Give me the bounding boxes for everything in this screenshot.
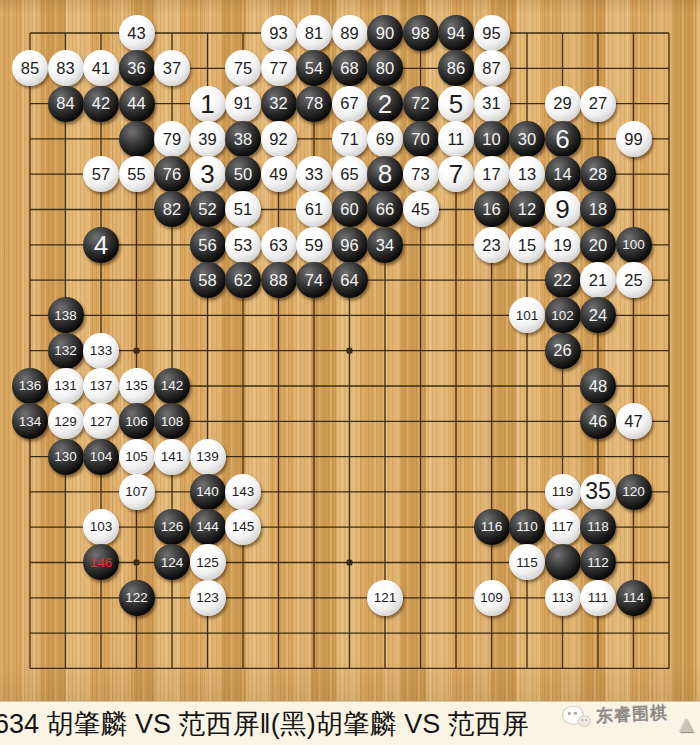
board-cell xyxy=(651,51,687,86)
move-number: 4 xyxy=(94,232,108,258)
board-cell: 51 xyxy=(225,192,261,227)
board-cell: 21 xyxy=(580,262,616,297)
go-stone-67: 67 xyxy=(332,86,368,122)
move-number: 111 xyxy=(588,591,609,605)
board-cell: 76 xyxy=(154,157,190,192)
board-cell: 132 xyxy=(48,333,84,368)
move-number: 94 xyxy=(447,25,465,42)
move-number: 74 xyxy=(305,272,323,289)
move-number: 66 xyxy=(376,201,394,218)
board-cell xyxy=(651,298,687,333)
board-cell xyxy=(616,368,652,403)
go-stone-52: 52 xyxy=(190,191,226,227)
board-cell xyxy=(12,439,48,474)
board-cell xyxy=(261,474,297,509)
move-number: 109 xyxy=(480,591,503,605)
move-number: 2 xyxy=(378,91,392,117)
move-number: 135 xyxy=(125,379,148,393)
board-cell: 85 xyxy=(12,51,48,86)
board-cell xyxy=(545,615,581,650)
go-stone-28: 28 xyxy=(580,156,616,192)
board-cell: 34 xyxy=(367,227,403,262)
board-cell: 47 xyxy=(616,404,652,439)
board-cell xyxy=(12,86,48,121)
go-stone-54: 54 xyxy=(296,50,332,86)
board-cell xyxy=(438,510,474,545)
go-stone-36: 36 xyxy=(119,50,155,86)
board-cell xyxy=(154,298,190,333)
board-cell: 16 xyxy=(474,192,510,227)
move-number: 105 xyxy=(125,450,148,464)
board-cell xyxy=(83,121,119,156)
board-cell xyxy=(403,474,439,509)
board-cell xyxy=(651,404,687,439)
go-stone-64: 64 xyxy=(332,262,368,298)
board-cell: 63 xyxy=(261,227,297,262)
go-stone-117: 117 xyxy=(545,509,581,545)
board-cell xyxy=(580,51,616,86)
go-stone-118: 118 xyxy=(580,509,616,545)
board-cell: 57 xyxy=(83,157,119,192)
go-stone-19: 19 xyxy=(545,227,581,263)
move-number: 123 xyxy=(196,591,219,605)
go-stone-26: 26 xyxy=(545,333,581,369)
board-cell: 117 xyxy=(545,510,581,545)
board-cell: 10 xyxy=(474,121,510,156)
go-stone-17: 17 xyxy=(474,156,510,192)
go-stone-37: 37 xyxy=(154,50,190,86)
go-stone-13: 13 xyxy=(509,156,545,192)
board-cell: 112 xyxy=(580,545,616,580)
board-cell xyxy=(651,157,687,192)
board-cell xyxy=(651,227,687,262)
board-cell: 126 xyxy=(154,510,190,545)
board-cell: 124 xyxy=(154,545,190,580)
go-stone-75: 75 xyxy=(225,50,261,86)
board-cell xyxy=(332,298,368,333)
board-cell: 28 xyxy=(580,157,616,192)
go-stone-15: 15 xyxy=(509,227,545,263)
go-stone-87: 87 xyxy=(474,50,510,86)
move-number: 41 xyxy=(92,60,110,77)
move-number: 143 xyxy=(232,485,255,499)
board-cell: 67 xyxy=(332,86,368,121)
go-stone-25: 25 xyxy=(616,262,652,298)
board-cell xyxy=(48,580,84,615)
go-stone-92: 92 xyxy=(261,121,297,157)
board-cell: 120 xyxy=(616,474,652,509)
move-number: 95 xyxy=(482,25,500,42)
move-number: 58 xyxy=(198,272,216,289)
board-cell: 41 xyxy=(83,51,119,86)
move-number: 139 xyxy=(196,450,219,464)
board-cell: 11 xyxy=(438,121,474,156)
go-stone-74: 74 xyxy=(296,262,332,298)
board-cell xyxy=(83,298,119,333)
board-cell xyxy=(12,333,48,368)
move-number: 77 xyxy=(269,60,287,77)
board-cell xyxy=(12,580,48,615)
move-number: 89 xyxy=(340,25,358,42)
move-number: 50 xyxy=(234,166,252,183)
board-cell xyxy=(296,404,332,439)
board-cell: 118 xyxy=(580,510,616,545)
go-stone-59: 59 xyxy=(296,227,332,263)
go-stone-78: 78 xyxy=(296,86,332,122)
board-cell xyxy=(403,227,439,262)
go-stone-145: 145 xyxy=(225,509,261,545)
board-cell: 68 xyxy=(332,51,368,86)
board-cell xyxy=(509,333,545,368)
board-cell xyxy=(119,227,155,262)
board-cell xyxy=(509,51,545,86)
move-number: 11 xyxy=(447,131,464,148)
board-cell: 19 xyxy=(545,227,581,262)
move-number: 60 xyxy=(340,201,358,218)
move-number: 87 xyxy=(482,60,500,77)
go-stone-138: 138 xyxy=(48,297,84,333)
board-cell xyxy=(651,262,687,297)
board-cell: 133 xyxy=(83,333,119,368)
board-cell xyxy=(119,298,155,333)
go-stone-81: 81 xyxy=(296,15,332,51)
go-stone-129: 129 xyxy=(48,403,84,439)
move-number: 110 xyxy=(516,520,538,534)
board-cell xyxy=(225,615,261,650)
board-cell xyxy=(509,474,545,509)
move-number: 21 xyxy=(589,272,607,289)
board-cell xyxy=(651,15,687,50)
board-cell xyxy=(332,404,368,439)
go-board[interactable]: 4393818990989495858341363775775468808687… xyxy=(12,15,687,686)
board-cell xyxy=(438,439,474,474)
board-cell xyxy=(580,121,616,156)
caption-text: 634 胡肇麟 VS 范西屏‖(黑)胡肇麟 VS 范西屏 xyxy=(0,706,529,742)
go-stone-29: 29 xyxy=(545,86,581,122)
board-cell: 127 xyxy=(83,404,119,439)
board-cell xyxy=(48,121,84,156)
move-number: 9 xyxy=(555,196,569,222)
board-cell: 110 xyxy=(509,510,545,545)
board-cell xyxy=(616,615,652,650)
board-cell xyxy=(190,404,226,439)
go-stone-setup xyxy=(119,121,155,157)
move-number: 133 xyxy=(90,344,113,358)
board-cell xyxy=(367,404,403,439)
board-cell xyxy=(403,333,439,368)
board-cell xyxy=(12,15,48,50)
move-number: 112 xyxy=(587,556,609,570)
board-cell xyxy=(12,121,48,156)
board-cell: 111 xyxy=(580,580,616,615)
board-cell: 45 xyxy=(403,192,439,227)
board-cell: 42 xyxy=(83,86,119,121)
board-cell: 61 xyxy=(296,192,332,227)
board-cell xyxy=(119,510,155,545)
go-stone-139: 139 xyxy=(190,439,226,475)
board-cell xyxy=(438,227,474,262)
board-cell xyxy=(154,262,190,297)
board-cell xyxy=(83,15,119,50)
board-cell xyxy=(438,545,474,580)
go-stone-124: 124 xyxy=(154,544,190,580)
go-stone-57: 57 xyxy=(83,156,119,192)
go-stone-61: 61 xyxy=(296,191,332,227)
board-cell xyxy=(651,368,687,403)
board-cell xyxy=(119,192,155,227)
go-stone-49: 49 xyxy=(261,156,297,192)
move-number: 146 xyxy=(90,556,113,570)
board-cell: 106 xyxy=(119,404,155,439)
move-number: 6 xyxy=(555,126,569,152)
go-stone-62: 62 xyxy=(225,262,261,298)
board-cell: 98 xyxy=(403,15,439,50)
board-cell: 7 xyxy=(438,157,474,192)
board-cell xyxy=(509,439,545,474)
move-number: 47 xyxy=(624,413,642,430)
move-number: 52 xyxy=(198,201,216,218)
board-cell: 88 xyxy=(261,262,297,297)
move-number: 49 xyxy=(269,166,287,183)
board-cell xyxy=(225,368,261,403)
board-cell: 84 xyxy=(48,86,84,121)
board-cell xyxy=(296,545,332,580)
move-number: 145 xyxy=(232,520,255,534)
move-number: 79 xyxy=(163,131,181,148)
board-cell xyxy=(154,333,190,368)
move-number: 12 xyxy=(518,201,536,218)
go-diagram: 4393818990989495858341363775775468808687… xyxy=(0,0,700,745)
board-cell: 137 xyxy=(83,368,119,403)
board-cell xyxy=(332,545,368,580)
go-stone-142: 142 xyxy=(154,368,190,404)
board-cell: 13 xyxy=(509,157,545,192)
board-cell xyxy=(296,439,332,474)
board-cell xyxy=(225,439,261,474)
go-stone-125: 125 xyxy=(190,544,226,580)
go-stone-93: 93 xyxy=(261,15,297,51)
go-stone-106: 106 xyxy=(119,403,155,439)
move-number: 33 xyxy=(305,166,323,183)
board-cell xyxy=(48,262,84,297)
board-cell: 54 xyxy=(296,51,332,86)
board-cell xyxy=(296,615,332,650)
go-stone-39: 39 xyxy=(190,121,226,157)
board-cell: 2 xyxy=(367,86,403,121)
board-cell xyxy=(474,545,510,580)
board-cell: 140 xyxy=(190,474,226,509)
fold-arrow-icon: ▲ xyxy=(674,712,698,736)
board-cell: 146 xyxy=(83,545,119,580)
go-stone-70: 70 xyxy=(403,121,439,157)
board-cell: 27 xyxy=(580,86,616,121)
board-cell xyxy=(580,333,616,368)
board-cell xyxy=(225,580,261,615)
go-stone-133: 133 xyxy=(83,333,119,369)
board-cell: 26 xyxy=(545,333,581,368)
go-stone-42: 42 xyxy=(83,86,119,122)
move-number: 48 xyxy=(589,378,607,395)
move-number: 134 xyxy=(19,415,42,429)
move-number: 7 xyxy=(449,161,463,187)
go-stone-144: 144 xyxy=(190,509,226,545)
board-cell: 123 xyxy=(190,580,226,615)
board-cell xyxy=(83,192,119,227)
move-number: 53 xyxy=(234,237,252,254)
board-cell xyxy=(119,615,155,650)
go-stone-55: 55 xyxy=(119,156,155,192)
go-stone-104: 104 xyxy=(83,439,119,475)
board-cell xyxy=(261,615,297,650)
board-cell xyxy=(48,227,84,262)
move-number: 117 xyxy=(552,520,574,534)
board-cell xyxy=(12,227,48,262)
board-cell: 56 xyxy=(190,227,226,262)
go-stone-10: 10 xyxy=(474,121,510,157)
board-cell: 65 xyxy=(332,157,368,192)
move-number: 23 xyxy=(482,237,500,254)
board-cell xyxy=(83,651,119,686)
board-cell xyxy=(48,192,84,227)
go-stone-95: 95 xyxy=(474,15,510,51)
go-stone-105: 105 xyxy=(119,439,155,475)
move-number: 83 xyxy=(56,60,74,77)
move-number: 14 xyxy=(553,166,571,183)
board-cell xyxy=(474,262,510,297)
go-stone-121: 121 xyxy=(367,580,403,616)
move-number: 118 xyxy=(587,520,609,534)
go-stone-51: 51 xyxy=(225,191,261,227)
board-cell: 129 xyxy=(48,404,84,439)
move-number: 3 xyxy=(200,161,214,187)
board-cell xyxy=(225,651,261,686)
board-cell xyxy=(403,262,439,297)
board-cell xyxy=(545,404,581,439)
board-cell: 99 xyxy=(616,121,652,156)
go-stone-7: 7 xyxy=(438,156,474,192)
go-stone-73: 73 xyxy=(403,156,439,192)
move-number: 57 xyxy=(92,166,110,183)
go-stone-22: 22 xyxy=(545,262,581,298)
board-cell xyxy=(474,368,510,403)
go-stone-131: 131 xyxy=(48,368,84,404)
go-stone-20: 20 xyxy=(580,227,616,263)
board-cell: 55 xyxy=(119,157,155,192)
go-stone-2: 2 xyxy=(367,86,403,122)
go-stone-112: 112 xyxy=(580,544,616,580)
move-number: 10 xyxy=(482,131,500,148)
move-number: 18 xyxy=(589,201,607,218)
board-cell xyxy=(48,651,84,686)
go-stone-146: 146 xyxy=(83,544,119,580)
board-cell: 20 xyxy=(580,227,616,262)
board-cell xyxy=(332,368,368,403)
move-number: 101 xyxy=(516,309,539,323)
move-number: 63 xyxy=(269,237,287,254)
go-stone-16: 16 xyxy=(474,191,510,227)
board-cell xyxy=(403,615,439,650)
board-cell: 116 xyxy=(474,510,510,545)
go-stone-136: 136 xyxy=(12,368,48,404)
board-cell: 31 xyxy=(474,86,510,121)
board-cell: 23 xyxy=(474,227,510,262)
board-cell: 83 xyxy=(48,51,84,86)
go-stone-44: 44 xyxy=(119,86,155,122)
board-cell xyxy=(616,545,652,580)
board-cell xyxy=(616,651,652,686)
board-cell xyxy=(332,510,368,545)
board-cell: 138 xyxy=(48,298,84,333)
go-stone-21: 21 xyxy=(580,262,616,298)
go-stone-107: 107 xyxy=(119,474,155,510)
go-stone-113: 113 xyxy=(545,580,581,616)
board-cell xyxy=(616,157,652,192)
go-stone-84: 84 xyxy=(48,86,84,122)
move-number: 93 xyxy=(269,25,287,42)
board-cell: 77 xyxy=(261,51,297,86)
go-stone-35: 35 xyxy=(580,474,616,510)
go-stone-11: 11 xyxy=(438,121,474,157)
board-cell xyxy=(367,439,403,474)
board-cell xyxy=(12,157,48,192)
board-cell xyxy=(509,86,545,121)
board-cell: 52 xyxy=(190,192,226,227)
move-number: 138 xyxy=(54,309,77,323)
board-cell: 86 xyxy=(438,51,474,86)
move-number: 28 xyxy=(589,166,607,183)
board-cell xyxy=(12,474,48,509)
go-stone-76: 76 xyxy=(154,156,190,192)
go-stone-9: 9 xyxy=(545,191,581,227)
board-cell: 32 xyxy=(261,86,297,121)
board-cell xyxy=(154,651,190,686)
board-cell xyxy=(509,404,545,439)
move-number: 80 xyxy=(376,60,394,77)
board-cell xyxy=(474,474,510,509)
watermark-text: 东睿围棋 xyxy=(595,701,668,728)
go-stone-98: 98 xyxy=(403,15,439,51)
board-cell xyxy=(119,545,155,580)
board-cell xyxy=(225,298,261,333)
move-number: 124 xyxy=(161,556,184,570)
move-number: 91 xyxy=(234,95,252,112)
board-cell: 12 xyxy=(509,192,545,227)
board-cell xyxy=(261,298,297,333)
move-number: 116 xyxy=(481,520,503,534)
go-stone-60: 60 xyxy=(332,191,368,227)
move-number: 113 xyxy=(552,591,574,605)
board-cell xyxy=(651,545,687,580)
board-cell xyxy=(261,510,297,545)
board-cell: 4 xyxy=(83,227,119,262)
move-number: 19 xyxy=(553,237,571,254)
move-number: 100 xyxy=(622,238,645,252)
board-cell xyxy=(403,51,439,86)
board-cell xyxy=(367,298,403,333)
board-cell xyxy=(261,368,297,403)
board-cell xyxy=(367,474,403,509)
board-cell: 9 xyxy=(545,192,581,227)
go-stone-80: 80 xyxy=(367,50,403,86)
board-cell xyxy=(48,545,84,580)
board-cell xyxy=(616,439,652,474)
board-cell xyxy=(83,615,119,650)
move-number: 17 xyxy=(482,166,500,183)
move-number: 78 xyxy=(305,95,323,112)
board-cell xyxy=(403,439,439,474)
go-stone-132: 132 xyxy=(48,333,84,369)
board-cell: 121 xyxy=(367,580,403,615)
